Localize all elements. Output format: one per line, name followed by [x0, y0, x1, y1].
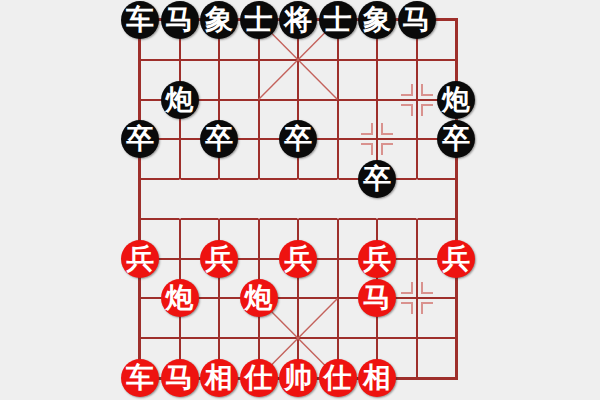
board-cell: [417, 179, 457, 219]
app-background: 车马象士将士象马炮炮卒卒卒卒卒兵兵兵兵兵炮炮马车马相仕帅仕相: [0, 0, 600, 400]
piece-red-soldier[interactable]: 兵: [279, 240, 317, 278]
piece-black-soldier[interactable]: 卒: [200, 120, 238, 158]
board-cell: [219, 60, 259, 100]
piece-red-soldier[interactable]: 兵: [358, 240, 396, 278]
piece-black-horse[interactable]: 马: [161, 1, 199, 39]
piece-black-rook[interactable]: 车: [121, 1, 159, 39]
piece-black-elephant[interactable]: 象: [358, 1, 396, 39]
piece-black-cannon[interactable]: 炮: [161, 81, 199, 119]
board-cell: [338, 60, 378, 100]
board-cell: [417, 338, 457, 378]
piece-red-advisor[interactable]: 仕: [319, 359, 357, 397]
board-cell: [259, 60, 299, 100]
piece-red-soldier[interactable]: 兵: [121, 240, 159, 278]
piece-black-advisor[interactable]: 士: [240, 1, 278, 39]
piece-black-cannon[interactable]: 炮: [437, 81, 475, 119]
piece-red-horse[interactable]: 马: [358, 279, 396, 317]
piece-black-elephant[interactable]: 象: [200, 1, 238, 39]
board-cell: [259, 179, 299, 219]
piece-black-soldier[interactable]: 卒: [437, 120, 475, 158]
piece-red-general[interactable]: 帅: [279, 359, 317, 397]
piece-red-elephant[interactable]: 相: [200, 359, 238, 397]
board-cell: [219, 179, 259, 219]
piece-black-horse[interactable]: 马: [398, 1, 436, 39]
piece-red-soldier[interactable]: 兵: [437, 240, 475, 278]
piece-black-soldier[interactable]: 卒: [121, 120, 159, 158]
board-cell: [298, 298, 338, 338]
piece-black-advisor[interactable]: 士: [319, 1, 357, 39]
board-cell: [298, 60, 338, 100]
piece-red-cannon[interactable]: 炮: [161, 279, 199, 317]
board-cell: [140, 179, 180, 219]
piece-black-soldier[interactable]: 卒: [358, 160, 396, 198]
board-cell: [180, 179, 220, 219]
piece-red-cannon[interactable]: 炮: [240, 279, 278, 317]
xiangqi-board[interactable]: 车马象士将士象马炮炮卒卒卒卒卒兵兵兵兵兵炮炮马车马相仕帅仕相: [138, 18, 458, 380]
piece-red-horse[interactable]: 马: [161, 359, 199, 397]
piece-black-soldier[interactable]: 卒: [279, 120, 317, 158]
piece-red-soldier[interactable]: 兵: [200, 240, 238, 278]
piece-black-general[interactable]: 将: [279, 1, 317, 39]
board-grid: [140, 20, 456, 378]
board-cell: [298, 179, 338, 219]
piece-red-elephant[interactable]: 相: [358, 359, 396, 397]
piece-red-advisor[interactable]: 仕: [240, 359, 278, 397]
piece-red-rook[interactable]: 车: [121, 359, 159, 397]
